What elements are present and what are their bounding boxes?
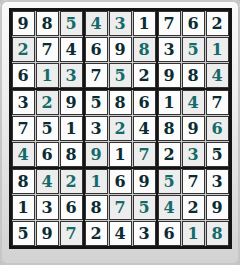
cell-r2c1[interactable]: 2 bbox=[12, 37, 35, 62]
cell-r9c8[interactable]: 1 bbox=[182, 221, 205, 246]
cell-r3c4[interactable]: 7 bbox=[85, 63, 108, 88]
cell-r5c5[interactable]: 2 bbox=[109, 116, 132, 141]
sudoku-box-9: 573429618 bbox=[158, 169, 229, 246]
cell-r9c4[interactable]: 2 bbox=[85, 221, 108, 246]
cell-r8c7[interactable]: 4 bbox=[158, 195, 181, 220]
cell-r7c3[interactable]: 2 bbox=[60, 169, 83, 194]
cell-r1c7[interactable]: 7 bbox=[158, 11, 181, 36]
cell-r5c8[interactable]: 9 bbox=[182, 116, 205, 141]
cell-r1c4[interactable]: 4 bbox=[85, 11, 108, 36]
sudoku-box-1: 985274613 bbox=[12, 11, 83, 88]
cell-r2c9[interactable]: 1 bbox=[206, 37, 229, 62]
cell-r3c1[interactable]: 6 bbox=[12, 63, 35, 88]
sudoku-box-3: 762351984 bbox=[158, 11, 229, 88]
cell-r2c8[interactable]: 5 bbox=[182, 37, 205, 62]
cell-r9c9[interactable]: 8 bbox=[206, 221, 229, 246]
cell-r6c9[interactable]: 5 bbox=[206, 142, 229, 167]
cell-r3c8[interactable]: 8 bbox=[182, 63, 205, 88]
cell-r9c5[interactable]: 4 bbox=[109, 221, 132, 246]
cell-r6c8[interactable]: 3 bbox=[182, 142, 205, 167]
cell-r5c6[interactable]: 4 bbox=[133, 116, 156, 141]
app-panel: 9852746134316987527623519843297514685863… bbox=[0, 0, 240, 265]
cell-r3c3[interactable]: 3 bbox=[60, 63, 83, 88]
cell-r4c2[interactable]: 2 bbox=[36, 90, 59, 115]
cell-r3c9[interactable]: 4 bbox=[206, 63, 229, 88]
cell-r7c1[interactable]: 8 bbox=[12, 169, 35, 194]
cell-r7c8[interactable]: 7 bbox=[182, 169, 205, 194]
cell-r5c1[interactable]: 7 bbox=[12, 116, 35, 141]
cell-r5c3[interactable]: 1 bbox=[60, 116, 83, 141]
cell-r1c3[interactable]: 5 bbox=[60, 11, 83, 36]
cell-r1c2[interactable]: 8 bbox=[36, 11, 59, 36]
cell-r7c6[interactable]: 9 bbox=[133, 169, 156, 194]
cell-r4c6[interactable]: 6 bbox=[133, 90, 156, 115]
cell-r9c3[interactable]: 7 bbox=[60, 221, 83, 246]
cell-r2c6[interactable]: 8 bbox=[133, 37, 156, 62]
cell-r8c6[interactable]: 5 bbox=[133, 195, 156, 220]
cell-r5c2[interactable]: 5 bbox=[36, 116, 59, 141]
cell-r4c1[interactable]: 3 bbox=[12, 90, 35, 115]
cell-r4c5[interactable]: 8 bbox=[109, 90, 132, 115]
cell-r8c8[interactable]: 2 bbox=[182, 195, 205, 220]
cell-r9c7[interactable]: 6 bbox=[158, 221, 181, 246]
cell-r8c5[interactable]: 7 bbox=[109, 195, 132, 220]
cell-r6c4[interactable]: 9 bbox=[85, 142, 108, 167]
cell-r9c2[interactable]: 9 bbox=[36, 221, 59, 246]
cell-r1c9[interactable]: 2 bbox=[206, 11, 229, 36]
cell-r8c2[interactable]: 3 bbox=[36, 195, 59, 220]
cell-r2c7[interactable]: 3 bbox=[158, 37, 181, 62]
cell-r4c3[interactable]: 9 bbox=[60, 90, 83, 115]
cell-r1c8[interactable]: 6 bbox=[182, 11, 205, 36]
cell-r5c7[interactable]: 8 bbox=[158, 116, 181, 141]
sudoku-board: 9852746134316987527623519843297514685863… bbox=[9, 8, 232, 249]
cell-r3c5[interactable]: 5 bbox=[109, 63, 132, 88]
cell-r4c7[interactable]: 1 bbox=[158, 90, 181, 115]
cell-r9c6[interactable]: 3 bbox=[133, 221, 156, 246]
cell-r7c4[interactable]: 1 bbox=[85, 169, 108, 194]
cell-r1c6[interactable]: 1 bbox=[133, 11, 156, 36]
cell-r6c7[interactable]: 2 bbox=[158, 142, 181, 167]
cell-r4c8[interactable]: 4 bbox=[182, 90, 205, 115]
cell-r8c9[interactable]: 9 bbox=[206, 195, 229, 220]
cell-r2c4[interactable]: 6 bbox=[85, 37, 108, 62]
cell-r7c7[interactable]: 5 bbox=[158, 169, 181, 194]
sudoku-box-2: 431698752 bbox=[85, 11, 156, 88]
sudoku-box-8: 169875243 bbox=[85, 169, 156, 246]
cell-r3c2[interactable]: 1 bbox=[36, 63, 59, 88]
cell-r6c1[interactable]: 4 bbox=[12, 142, 35, 167]
sudoku-box-7: 842136597 bbox=[12, 169, 83, 246]
cell-r9c1[interactable]: 5 bbox=[12, 221, 35, 246]
cell-r7c2[interactable]: 4 bbox=[36, 169, 59, 194]
cell-r3c6[interactable]: 2 bbox=[133, 63, 156, 88]
cell-r6c3[interactable]: 8 bbox=[60, 142, 83, 167]
sudoku-box-6: 147896235 bbox=[158, 90, 229, 167]
cell-r8c3[interactable]: 6 bbox=[60, 195, 83, 220]
sudoku-box-4: 329751468 bbox=[12, 90, 83, 167]
cell-r6c5[interactable]: 1 bbox=[109, 142, 132, 167]
cell-r2c2[interactable]: 7 bbox=[36, 37, 59, 62]
cell-r4c4[interactable]: 5 bbox=[85, 90, 108, 115]
cell-r8c4[interactable]: 8 bbox=[85, 195, 108, 220]
cell-r3c7[interactable]: 9 bbox=[158, 63, 181, 88]
cell-r7c9[interactable]: 3 bbox=[206, 169, 229, 194]
cell-r1c1[interactable]: 9 bbox=[12, 11, 35, 36]
cell-r1c5[interactable]: 3 bbox=[109, 11, 132, 36]
cell-r4c9[interactable]: 7 bbox=[206, 90, 229, 115]
cell-r6c2[interactable]: 6 bbox=[36, 142, 59, 167]
sudoku-box-5: 586324917 bbox=[85, 90, 156, 167]
cell-r8c1[interactable]: 1 bbox=[12, 195, 35, 220]
cell-r7c5[interactable]: 6 bbox=[109, 169, 132, 194]
cell-r5c4[interactable]: 3 bbox=[85, 116, 108, 141]
cell-r5c9[interactable]: 6 bbox=[206, 116, 229, 141]
cell-r2c5[interactable]: 9 bbox=[109, 37, 132, 62]
cell-r2c3[interactable]: 4 bbox=[60, 37, 83, 62]
cell-r6c6[interactable]: 7 bbox=[133, 142, 156, 167]
